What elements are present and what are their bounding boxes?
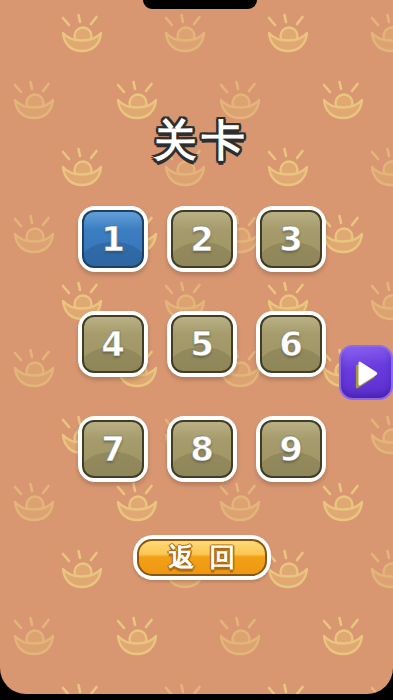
gold-ingot-icon [163, 682, 207, 694]
level-button-1[interactable]: 1 [78, 206, 148, 272]
gold-ingot-icon [12, 213, 56, 255]
gold-ingot-icon [266, 12, 310, 54]
gold-ingot-icon [369, 414, 393, 456]
level-number: 4 [82, 315, 144, 373]
level-button-5[interactable]: 5 [167, 311, 237, 377]
level-number: 1 [82, 210, 144, 268]
gold-ingot-icon [163, 12, 207, 54]
gold-ingot-icon [60, 682, 104, 694]
level-button-6[interactable]: 6 [256, 311, 326, 377]
gold-ingot-icon [60, 12, 104, 54]
level-button-4[interactable]: 4 [78, 311, 148, 377]
gold-ingot-icon [115, 481, 159, 523]
level-number: 3 [260, 210, 322, 268]
page-title: 关卡 [5, 112, 393, 170]
gold-ingot-icon [12, 347, 56, 389]
level-number: 5 [171, 315, 233, 373]
level-button-7[interactable]: 7 [78, 416, 148, 482]
level-button-2[interactable]: 2 [167, 206, 237, 272]
gold-ingot-icon [115, 615, 159, 657]
level-number: 2 [171, 210, 233, 268]
play-icon [350, 356, 382, 390]
back-button[interactable]: 返回 [133, 535, 271, 580]
gold-ingot-icon [60, 548, 104, 590]
gold-ingot-icon [321, 481, 365, 523]
level-grid: 1 2 3 4 5 6 7 8 9 [78, 206, 326, 482]
gold-ingot-icon [369, 682, 393, 694]
gold-ingot-icon [369, 548, 393, 590]
level-button-8[interactable]: 8 [167, 416, 237, 482]
play-fab-button[interactable] [339, 345, 393, 400]
gold-ingot-icon [218, 615, 262, 657]
level-number: 6 [260, 315, 322, 373]
level-number: 9 [260, 420, 322, 478]
gold-ingot-icon [12, 615, 56, 657]
gold-ingot-icon [218, 481, 262, 523]
gold-ingot-icon [266, 548, 310, 590]
level-number: 8 [171, 420, 233, 478]
level-button-9[interactable]: 9 [256, 416, 326, 482]
gold-ingot-icon [12, 481, 56, 523]
gold-ingot-icon [369, 280, 393, 322]
back-button-label: 返回 [137, 539, 267, 576]
level-select-screen: 关卡 1 2 3 4 5 6 7 8 9 [0, 0, 393, 700]
gold-ingot-icon [321, 213, 365, 255]
level-button-3[interactable]: 3 [256, 206, 326, 272]
device-notch [143, 0, 257, 9]
level-number: 7 [82, 420, 144, 478]
gold-ingot-icon [321, 615, 365, 657]
gold-ingot-icon [369, 12, 393, 54]
gold-ingot-icon [266, 682, 310, 694]
